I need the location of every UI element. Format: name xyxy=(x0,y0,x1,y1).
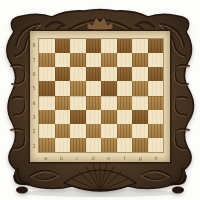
square-c8[interactable] xyxy=(70,39,86,53)
square-b6[interactable] xyxy=(55,67,71,81)
square-h3[interactable] xyxy=(148,110,164,124)
rank-label: 1 xyxy=(30,139,38,153)
square-c2[interactable] xyxy=(70,124,86,138)
square-f6[interactable] xyxy=(117,67,133,81)
square-c7[interactable] xyxy=(70,53,86,67)
right-foot xyxy=(172,187,184,194)
square-a3[interactable] xyxy=(39,110,55,124)
square-d5[interactable] xyxy=(86,81,102,95)
rank-label: 2 xyxy=(30,124,38,138)
rank-label: 4 xyxy=(30,96,38,110)
rank-label: 5 xyxy=(30,81,38,95)
square-g5[interactable] xyxy=(132,81,148,95)
square-b5[interactable] xyxy=(55,81,71,95)
square-g3[interactable] xyxy=(132,110,148,124)
square-d1[interactable] xyxy=(86,138,102,152)
square-e2[interactable] xyxy=(101,124,117,138)
square-g6[interactable] xyxy=(132,67,148,81)
square-b1[interactable] xyxy=(55,138,71,152)
square-h8[interactable] xyxy=(148,39,164,53)
left-foot xyxy=(16,187,28,194)
square-d6[interactable] xyxy=(86,67,102,81)
square-e6[interactable] xyxy=(101,67,117,81)
square-c3[interactable] xyxy=(70,110,86,124)
square-e5[interactable] xyxy=(101,81,117,95)
square-e3[interactable] xyxy=(101,110,117,124)
square-e4[interactable] xyxy=(101,96,117,110)
square-a6[interactable] xyxy=(39,67,55,81)
file-label: f xyxy=(117,153,133,162)
square-c1[interactable] xyxy=(70,138,86,152)
square-c5[interactable] xyxy=(70,81,86,95)
square-d2[interactable] xyxy=(86,124,102,138)
file-label: a xyxy=(38,153,54,162)
square-f4[interactable] xyxy=(117,96,133,110)
square-g2[interactable] xyxy=(132,124,148,138)
square-h4[interactable] xyxy=(148,96,164,110)
square-a4[interactable] xyxy=(39,96,55,110)
square-f7[interactable] xyxy=(117,53,133,67)
square-a8[interactable] xyxy=(39,39,55,53)
file-label: h xyxy=(148,153,164,162)
square-f2[interactable] xyxy=(117,124,133,138)
chess-board-grid xyxy=(39,39,163,152)
square-h7[interactable] xyxy=(148,53,164,67)
square-h5[interactable] xyxy=(148,81,164,95)
square-g1[interactable] xyxy=(132,138,148,152)
square-f8[interactable] xyxy=(117,39,133,53)
file-labels: abcdefgh xyxy=(38,153,164,162)
rank-label: 3 xyxy=(30,110,38,124)
rank-labels: 87654321 xyxy=(30,38,38,153)
square-a5[interactable] xyxy=(39,81,55,95)
square-f3[interactable] xyxy=(117,110,133,124)
square-c4[interactable] xyxy=(70,96,86,110)
square-g8[interactable] xyxy=(132,39,148,53)
file-label: d xyxy=(85,153,101,162)
square-h1[interactable] xyxy=(148,138,164,152)
square-b4[interactable] xyxy=(55,96,71,110)
square-f5[interactable] xyxy=(117,81,133,95)
rank-label: 6 xyxy=(30,67,38,81)
square-d3[interactable] xyxy=(86,110,102,124)
square-b3[interactable] xyxy=(55,110,71,124)
chess-board: 87654321 abcdefgh xyxy=(30,31,170,162)
rank-label: 7 xyxy=(30,52,38,66)
square-h6[interactable] xyxy=(148,67,164,81)
square-h2[interactable] xyxy=(148,124,164,138)
chess-set-photo: 87654321 abcdefgh xyxy=(0,0,200,200)
square-b7[interactable] xyxy=(55,53,71,67)
file-label: e xyxy=(101,153,117,162)
file-label: b xyxy=(54,153,70,162)
square-a7[interactable] xyxy=(39,53,55,67)
square-a2[interactable] xyxy=(39,124,55,138)
square-a1[interactable] xyxy=(39,138,55,152)
square-e8[interactable] xyxy=(101,39,117,53)
square-d7[interactable] xyxy=(86,53,102,67)
square-f1[interactable] xyxy=(117,138,133,152)
file-label: c xyxy=(70,153,86,162)
square-d4[interactable] xyxy=(86,96,102,110)
file-label: g xyxy=(133,153,149,162)
rank-label: 8 xyxy=(30,38,38,52)
square-d8[interactable] xyxy=(86,39,102,53)
square-g7[interactable] xyxy=(132,53,148,67)
square-e1[interactable] xyxy=(101,138,117,152)
square-e7[interactable] xyxy=(101,53,117,67)
square-c6[interactable] xyxy=(70,67,86,81)
square-g4[interactable] xyxy=(132,96,148,110)
square-b8[interactable] xyxy=(55,39,71,53)
square-b2[interactable] xyxy=(55,124,71,138)
